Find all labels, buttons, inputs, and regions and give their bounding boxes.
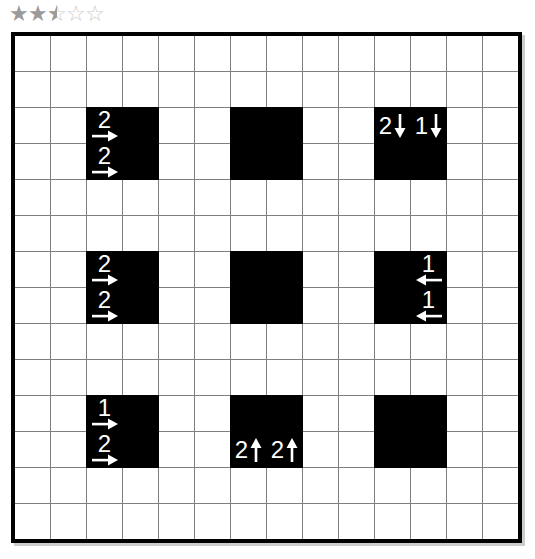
cell-r13c7[interactable] xyxy=(267,504,302,539)
cell-r9c2[interactable] xyxy=(87,360,122,395)
cell-r3c6 xyxy=(231,144,266,179)
clue-number: 1 xyxy=(98,398,111,417)
cell-r2c10: 2 xyxy=(375,108,410,143)
arrow-left-icon xyxy=(416,310,442,322)
cell-r0c12[interactable] xyxy=(447,36,482,71)
cell-r5c0[interactable] xyxy=(15,216,50,251)
clue-number: 1 xyxy=(422,254,435,273)
cell-r10c5[interactable] xyxy=(195,396,230,431)
puzzle-board: 221221211222 xyxy=(11,32,522,543)
cell-r8c3[interactable] xyxy=(123,324,158,359)
cell-r7c0[interactable] xyxy=(15,288,50,323)
cell-r2c13[interactable] xyxy=(483,108,518,143)
cell-r4c12[interactable] xyxy=(447,180,482,215)
clue: 2 xyxy=(271,438,298,462)
cell-r12c10[interactable] xyxy=(375,468,410,503)
cell-r5c11[interactable] xyxy=(411,216,446,251)
cell-r0c2[interactable] xyxy=(87,36,122,71)
cell-r10c9[interactable] xyxy=(339,396,374,431)
cell-r11c11 xyxy=(411,432,446,467)
cell-r0c10[interactable] xyxy=(375,36,410,71)
clue-number: 1 xyxy=(415,116,428,135)
cell-r12c7[interactable] xyxy=(267,468,302,503)
clue: 1 xyxy=(92,398,118,430)
cell-r8c4[interactable] xyxy=(159,324,194,359)
cell-r5c5[interactable] xyxy=(195,216,230,251)
cell-r2c4[interactable] xyxy=(159,108,194,143)
cell-r7c8[interactable] xyxy=(303,288,338,323)
cell-r12c5[interactable] xyxy=(195,468,230,503)
arrow-right-icon xyxy=(92,310,118,322)
cell-r9c1[interactable] xyxy=(51,360,86,395)
cell-r11c1[interactable] xyxy=(51,432,86,467)
cell-r3c5[interactable] xyxy=(195,144,230,179)
cell-r12c13[interactable] xyxy=(483,468,518,503)
clue-number: 1 xyxy=(422,290,435,309)
cell-r10c11 xyxy=(411,396,446,431)
cell-r0c11[interactable] xyxy=(411,36,446,71)
cell-r6c4[interactable] xyxy=(159,252,194,287)
cell-r11c12[interactable] xyxy=(447,432,482,467)
cell-r12c6[interactable] xyxy=(231,468,266,503)
cell-r2c2: 2 xyxy=(87,108,122,143)
cell-r9c8[interactable] xyxy=(303,360,338,395)
star-filled-icon: ★ xyxy=(9,1,28,27)
arrow-down-icon xyxy=(430,114,442,138)
difficulty-rating: ★★☆★☆☆ xyxy=(9,1,104,27)
cell-r6c5[interactable] xyxy=(195,252,230,287)
clue: 1 xyxy=(416,290,442,322)
cell-r2c8[interactable] xyxy=(303,108,338,143)
clue-number: 2 xyxy=(271,440,284,459)
cell-r8c7[interactable] xyxy=(267,324,302,359)
cell-r0c3[interactable] xyxy=(123,36,158,71)
cell-r0c8[interactable] xyxy=(303,36,338,71)
clue: 2 xyxy=(92,146,118,178)
cell-r12c12[interactable] xyxy=(447,468,482,503)
cell-r10c1[interactable] xyxy=(51,396,86,431)
cell-r0c6[interactable] xyxy=(231,36,266,71)
clue: 2 xyxy=(92,434,118,466)
cell-r1c6[interactable] xyxy=(231,72,266,107)
cell-r6c12[interactable] xyxy=(447,252,482,287)
cell-r8c2[interactable] xyxy=(87,324,122,359)
cell-r4c7[interactable] xyxy=(267,180,302,215)
cell-r11c7: 2 xyxy=(267,432,302,467)
cell-r10c12[interactable] xyxy=(447,396,482,431)
cell-r13c9[interactable] xyxy=(339,504,374,539)
cell-r8c6[interactable] xyxy=(231,324,266,359)
cell-r13c0[interactable] xyxy=(15,504,50,539)
cell-r6c1[interactable] xyxy=(51,252,86,287)
cell-r1c11[interactable] xyxy=(411,72,446,107)
cell-r11c3 xyxy=(123,432,158,467)
cell-r6c10 xyxy=(375,252,410,287)
cell-r3c10 xyxy=(375,144,410,179)
cell-r8c5[interactable] xyxy=(195,324,230,359)
cell-r12c0[interactable] xyxy=(15,468,50,503)
cell-r13c10[interactable] xyxy=(375,504,410,539)
cell-r7c7 xyxy=(267,288,302,323)
cell-r5c7[interactable] xyxy=(267,216,302,251)
cell-r10c2: 1 xyxy=(87,396,122,431)
cell-r8c11[interactable] xyxy=(411,324,446,359)
cell-r11c6: 2 xyxy=(231,432,266,467)
clue-number: 2 xyxy=(98,146,111,165)
cell-r9c13[interactable] xyxy=(483,360,518,395)
cell-r12c2[interactable] xyxy=(87,468,122,503)
clue: 1 xyxy=(416,254,442,286)
clue: 2 xyxy=(379,114,406,138)
cell-r11c0[interactable] xyxy=(15,432,50,467)
cell-r2c3 xyxy=(123,108,158,143)
cell-r4c10[interactable] xyxy=(375,180,410,215)
cell-r7c3 xyxy=(123,288,158,323)
cell-r13c6[interactable] xyxy=(231,504,266,539)
clue: 2 xyxy=(235,438,262,462)
cell-r8c0[interactable] xyxy=(15,324,50,359)
clue-number: 2 xyxy=(98,434,111,453)
cell-r5c9[interactable] xyxy=(339,216,374,251)
star-empty-icon: ☆ xyxy=(66,1,85,27)
arrow-right-icon xyxy=(92,130,118,142)
cell-r12c8[interactable] xyxy=(303,468,338,503)
cell-r1c1[interactable] xyxy=(51,72,86,107)
cell-r4c2[interactable] xyxy=(87,180,122,215)
star-filled-icon: ★ xyxy=(28,1,47,27)
cell-r1c9[interactable] xyxy=(339,72,374,107)
clue-number: 2 xyxy=(235,440,248,459)
cell-r12c1[interactable] xyxy=(51,468,86,503)
page: ★★☆★☆☆ 221221211222 xyxy=(0,0,535,559)
cell-r0c7[interactable] xyxy=(267,36,302,71)
cell-r0c9[interactable] xyxy=(339,36,374,71)
cell-r4c5[interactable] xyxy=(195,180,230,215)
arrow-up-icon xyxy=(250,438,262,462)
cell-r6c7 xyxy=(267,252,302,287)
cell-r3c4[interactable] xyxy=(159,144,194,179)
arrow-right-icon xyxy=(92,274,118,286)
cell-r3c1[interactable] xyxy=(51,144,86,179)
star-half-icon: ☆★ xyxy=(47,1,66,27)
clue: 1 xyxy=(415,114,442,138)
cell-r3c12[interactable] xyxy=(447,144,482,179)
arrow-right-icon xyxy=(92,454,118,466)
cell-r11c9[interactable] xyxy=(339,432,374,467)
cell-r12c3[interactable] xyxy=(123,468,158,503)
cell-r6c9[interactable] xyxy=(339,252,374,287)
cell-r11c8[interactable] xyxy=(303,432,338,467)
cell-r3c13[interactable] xyxy=(483,144,518,179)
arrow-right-icon xyxy=(92,166,118,178)
cell-r7c5[interactable] xyxy=(195,288,230,323)
cell-r10c6 xyxy=(231,396,266,431)
cell-r7c6 xyxy=(231,288,266,323)
cell-r10c7 xyxy=(267,396,302,431)
cell-r9c0[interactable] xyxy=(15,360,50,395)
cell-r5c4[interactable] xyxy=(159,216,194,251)
cell-r7c13[interactable] xyxy=(483,288,518,323)
cell-r0c13[interactable] xyxy=(483,36,518,71)
clue-number: 2 xyxy=(98,290,111,309)
cell-r12c9[interactable] xyxy=(339,468,374,503)
cell-r4c4[interactable] xyxy=(159,180,194,215)
cell-r2c0[interactable] xyxy=(15,108,50,143)
clue: 2 xyxy=(92,110,118,142)
cell-r2c11: 1 xyxy=(411,108,446,143)
cell-r3c11 xyxy=(411,144,446,179)
cell-r2c12[interactable] xyxy=(447,108,482,143)
cell-r8c8[interactable] xyxy=(303,324,338,359)
clue-number: 2 xyxy=(98,254,111,273)
cell-r4c8[interactable] xyxy=(303,180,338,215)
cell-r3c3 xyxy=(123,144,158,179)
cell-r5c3[interactable] xyxy=(123,216,158,251)
star-empty-icon: ☆ xyxy=(85,1,104,27)
cell-r1c13[interactable] xyxy=(483,72,518,107)
cell-r2c7 xyxy=(267,108,302,143)
cell-r4c6[interactable] xyxy=(231,180,266,215)
arrow-left-icon xyxy=(416,274,442,286)
cell-r10c10 xyxy=(375,396,410,431)
cell-r7c2: 2 xyxy=(87,288,122,323)
cell-r11c10 xyxy=(375,432,410,467)
cell-r3c0[interactable] xyxy=(15,144,50,179)
cell-r10c4[interactable] xyxy=(159,396,194,431)
cell-r5c2[interactable] xyxy=(87,216,122,251)
cell-r1c3[interactable] xyxy=(123,72,158,107)
cell-r4c1[interactable] xyxy=(51,180,86,215)
cell-r1c4[interactable] xyxy=(159,72,194,107)
cell-r8c1[interactable] xyxy=(51,324,86,359)
cell-r13c8[interactable] xyxy=(303,504,338,539)
cell-r4c3[interactable] xyxy=(123,180,158,215)
cell-r3c2: 2 xyxy=(87,144,122,179)
cell-r8c13[interactable] xyxy=(483,324,518,359)
cell-r9c11[interactable] xyxy=(411,360,446,395)
cell-r6c11: 1 xyxy=(411,252,446,287)
cell-r7c10 xyxy=(375,288,410,323)
cell-r13c5[interactable] xyxy=(195,504,230,539)
cell-r13c3[interactable] xyxy=(123,504,158,539)
cell-r6c13[interactable] xyxy=(483,252,518,287)
clue-number: 2 xyxy=(379,116,392,135)
cell-r1c2[interactable] xyxy=(87,72,122,107)
cell-r3c9[interactable] xyxy=(339,144,374,179)
cell-r9c7[interactable] xyxy=(267,360,302,395)
cell-r13c4[interactable] xyxy=(159,504,194,539)
cell-r7c11: 1 xyxy=(411,288,446,323)
cell-r11c4[interactable] xyxy=(159,432,194,467)
cell-r6c2: 2 xyxy=(87,252,122,287)
cell-r5c1[interactable] xyxy=(51,216,86,251)
cell-r13c13[interactable] xyxy=(483,504,518,539)
cell-r5c10[interactable] xyxy=(375,216,410,251)
cell-r7c4[interactable] xyxy=(159,288,194,323)
cell-r5c13[interactable] xyxy=(483,216,518,251)
cell-r10c0[interactable] xyxy=(15,396,50,431)
cell-r8c9[interactable] xyxy=(339,324,374,359)
cell-r7c12[interactable] xyxy=(447,288,482,323)
cell-r9c6[interactable] xyxy=(231,360,266,395)
cell-r8c10[interactable] xyxy=(375,324,410,359)
cell-r6c3 xyxy=(123,252,158,287)
cell-r1c7[interactable] xyxy=(267,72,302,107)
cell-r10c3 xyxy=(123,396,158,431)
cell-r4c9[interactable] xyxy=(339,180,374,215)
cell-r7c1[interactable] xyxy=(51,288,86,323)
cell-r3c7 xyxy=(267,144,302,179)
cell-r2c6 xyxy=(231,108,266,143)
cell-r9c4[interactable] xyxy=(159,360,194,395)
clue: 2 xyxy=(92,254,118,286)
cell-r13c11[interactable] xyxy=(411,504,446,539)
cell-r7c9[interactable] xyxy=(339,288,374,323)
cell-r1c5[interactable] xyxy=(195,72,230,107)
cell-r5c6[interactable] xyxy=(231,216,266,251)
cell-r6c0[interactable] xyxy=(15,252,50,287)
cell-r0c5[interactable] xyxy=(195,36,230,71)
cell-r10c8[interactable] xyxy=(303,396,338,431)
cell-r11c2: 2 xyxy=(87,432,122,467)
cell-r12c11[interactable] xyxy=(411,468,446,503)
cell-r9c3[interactable] xyxy=(123,360,158,395)
cell-r6c6 xyxy=(231,252,266,287)
cell-r1c10[interactable] xyxy=(375,72,410,107)
cell-r2c5[interactable] xyxy=(195,108,230,143)
cell-r8c12[interactable] xyxy=(447,324,482,359)
cell-r11c13[interactable] xyxy=(483,432,518,467)
arrow-right-icon xyxy=(92,418,118,430)
cell-r1c12[interactable] xyxy=(447,72,482,107)
clue: 2 xyxy=(92,290,118,322)
cell-r6c8[interactable] xyxy=(303,252,338,287)
cell-r13c12[interactable] xyxy=(447,504,482,539)
cell-r0c1[interactable] xyxy=(51,36,86,71)
cell-r11c5[interactable] xyxy=(195,432,230,467)
cell-r9c12[interactable] xyxy=(447,360,482,395)
cell-r5c8[interactable] xyxy=(303,216,338,251)
cell-r4c13[interactable] xyxy=(483,180,518,215)
cell-r1c0[interactable] xyxy=(15,72,50,107)
clue-number: 2 xyxy=(98,110,111,129)
cell-r5c12[interactable] xyxy=(447,216,482,251)
cell-r13c1[interactable] xyxy=(51,504,86,539)
cell-r4c0[interactable] xyxy=(15,180,50,215)
cell-r4c11[interactable] xyxy=(411,180,446,215)
cell-r2c1[interactable] xyxy=(51,108,86,143)
cell-r3c8[interactable] xyxy=(303,144,338,179)
cell-r9c10[interactable] xyxy=(375,360,410,395)
cell-r13c2[interactable] xyxy=(87,504,122,539)
cell-r2c9[interactable] xyxy=(339,108,374,143)
cell-r9c9[interactable] xyxy=(339,360,374,395)
cell-r0c4[interactable] xyxy=(159,36,194,71)
arrow-down-icon xyxy=(394,114,406,138)
cell-r12c4[interactable] xyxy=(159,468,194,503)
cell-r1c8[interactable] xyxy=(303,72,338,107)
cell-r0c0[interactable] xyxy=(15,36,50,71)
cell-r10c13[interactable] xyxy=(483,396,518,431)
arrow-up-icon xyxy=(286,438,298,462)
cell-r9c5[interactable] xyxy=(195,360,230,395)
